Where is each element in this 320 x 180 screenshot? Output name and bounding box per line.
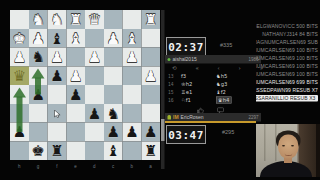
- chat-message: MAGNUMCARLSEN69 100 BITS: [256, 70, 318, 78]
- square-a7[interactable]: ♟: [141, 123, 160, 142]
- square-f7[interactable]: [48, 123, 67, 142]
- square-a2[interactable]: [141, 29, 160, 48]
- square-g7[interactable]: [29, 123, 48, 142]
- square-e5[interactable]: ♟: [66, 85, 85, 104]
- piece-black-pawn[interactable]: ♟: [123, 123, 142, 142]
- streamer-clock: 03:47: [166, 125, 206, 144]
- square-d2[interactable]: [85, 29, 104, 48]
- square-c5[interactable]: [104, 85, 123, 104]
- square-d3[interactable]: ♟: [85, 48, 104, 67]
- piece-white-pawn[interactable]: ♟: [48, 48, 67, 67]
- chess-board[interactable]: ♞♞♜♛♜♚♟♝♝♟♝♟♞♟♟♟♛♟♟♟♟♟♟♞♟♟♟♟♚♜♝♜: [10, 10, 160, 160]
- piece-black-pawn[interactable]: ♟: [104, 123, 123, 142]
- square-d8[interactable]: [85, 141, 104, 160]
- file-label-d: d: [85, 164, 104, 171]
- move-white[interactable]: f3: [181, 73, 216, 79]
- square-a5[interactable]: [141, 85, 160, 104]
- chat-message: MAGNUMCARLSEN69 100 BITS: [256, 46, 318, 54]
- square-b7[interactable]: ♟: [123, 123, 142, 142]
- chat-message-highlight: SSARANILLIO RESUB X3: [256, 95, 318, 102]
- square-d4[interactable]: [85, 66, 104, 85]
- move-number: 16: [165, 98, 181, 103]
- move-row-14: 14♔h2♞g3: [165, 80, 256, 88]
- piece-black-bishop[interactable]: ♝: [48, 29, 67, 48]
- piece-black-knight[interactable]: ♞: [29, 48, 48, 67]
- piece-white-pawn[interactable]: ♟: [66, 66, 85, 85]
- square-d7[interactable]: [85, 123, 104, 142]
- chat-message: MAGNUMCARLSEN69 100 BITS: [256, 62, 318, 70]
- chat-overlay: BELGWANOVICC 500 BITSNATHANYJ314 84 BITS…: [256, 22, 318, 102]
- square-f2[interactable]: ♝: [48, 29, 67, 48]
- file-label-e: e: [66, 164, 85, 171]
- piece-white-pawn[interactable]: ♟: [29, 29, 48, 48]
- piece-black-pawn[interactable]: ♟: [48, 66, 67, 85]
- file-label-f: f: [48, 164, 67, 171]
- piece-white-pawn[interactable]: ♟: [123, 48, 142, 67]
- chat-message: NATHANYJ314 84 BITS: [256, 30, 318, 38]
- board-file-labels: hgfedcba: [10, 164, 160, 171]
- square-b8[interactable]: [123, 141, 142, 160]
- move-number: 13: [165, 74, 181, 79]
- square-e2[interactable]: ♝: [66, 29, 85, 48]
- file-label-g: g: [29, 164, 48, 171]
- move-arrow-g5-g4: [35, 78, 41, 95]
- move-arrow-h7-h5: [16, 96, 22, 132]
- opponent-clock: 02:37: [166, 37, 206, 56]
- file-label-a: a: [141, 164, 160, 171]
- piece-white-knight[interactable]: ♞: [48, 10, 67, 29]
- piece-black-rook[interactable]: ♜: [141, 141, 160, 160]
- piece-white-pawn[interactable]: ♟: [85, 48, 104, 67]
- square-h3[interactable]: ♟: [10, 48, 29, 67]
- opponent-bar[interactable]: aishal2015 1986: [165, 55, 261, 64]
- square-d1[interactable]: ♛: [85, 10, 104, 29]
- chat-message: MAGNUMCARLSEN69 699 BITS: [256, 78, 318, 86]
- piece-black-bishop[interactable]: ♝: [104, 141, 123, 160]
- square-c6[interactable]: ♞: [104, 104, 123, 123]
- piece-white-knight[interactable]: ♞: [29, 10, 48, 29]
- piece-black-pawn[interactable]: ♟: [66, 85, 85, 104]
- chat-message: BELGWANOVICC 500 BITS: [256, 22, 318, 30]
- piece-black-pawn[interactable]: ♟: [141, 123, 160, 142]
- piece-white-bishop[interactable]: ♝: [66, 29, 85, 48]
- streamer-tag: #295: [222, 129, 234, 135]
- move-row-13: 13f3♞h5: [165, 72, 256, 80]
- opponent-name: aishal2015: [173, 57, 197, 63]
- piece-white-king[interactable]: ♚: [10, 29, 29, 48]
- chat-message: MAGNUMCARLSEN69 SUB: [256, 38, 318, 46]
- streamer-rating: 2297: [248, 115, 258, 120]
- square-a4[interactable]: ♟: [141, 66, 160, 85]
- square-g3[interactable]: ♞: [29, 48, 48, 67]
- square-b3[interactable]: ♟: [123, 48, 142, 67]
- last-move-highlight: [10, 66, 29, 85]
- square-d6[interactable]: ♟: [85, 104, 104, 123]
- streamer-name: EricRosen: [181, 115, 204, 121]
- square-b5[interactable]: [123, 85, 142, 104]
- square-c7[interactable]: ♟: [104, 123, 123, 142]
- square-f3[interactable]: ♟: [48, 48, 67, 67]
- square-g6[interactable]: [29, 104, 48, 123]
- square-h1[interactable]: [10, 10, 29, 29]
- square-g1[interactable]: ♞: [29, 10, 48, 29]
- webcam: [256, 124, 320, 177]
- online-indicator: [168, 58, 171, 61]
- opponent-tag: #335: [220, 42, 232, 48]
- scrollbar-track[interactable]: [161, 10, 165, 169]
- piece-black-rook[interactable]: ♜: [48, 141, 67, 160]
- square-g8[interactable]: ♚: [29, 141, 48, 160]
- square-b6[interactable]: [123, 104, 142, 123]
- move-arrow-head-h7h5: [13, 87, 26, 97]
- piece-white-queen[interactable]: ♛: [85, 10, 104, 29]
- square-e4[interactable]: ♟: [66, 66, 85, 85]
- flip-board-button[interactable]: ⟲: [172, 65, 177, 72]
- square-e3[interactable]: [66, 48, 85, 67]
- move-white[interactable]: ♖e1: [181, 89, 216, 95]
- mouse-cursor: [54, 110, 61, 118]
- chat-message: PASSEDPAWN99 RESUB X7: [256, 86, 318, 94]
- square-a6[interactable]: [141, 104, 160, 123]
- square-c1[interactable]: [104, 10, 123, 29]
- piece-white-bishop[interactable]: ♝: [123, 29, 142, 48]
- move-arrow-head-g5g4: [32, 69, 45, 79]
- square-b4[interactable]: [123, 66, 142, 85]
- go-prev-button[interactable]: ‹: [218, 65, 220, 72]
- go-first-button[interactable]: «: [195, 65, 198, 72]
- chat-message: SSARANILLIO RESUB X3: [256, 94, 318, 102]
- square-f8[interactable]: ♜: [48, 141, 67, 160]
- streamer-title-badge: IM: [173, 115, 179, 121]
- square-f4[interactable]: ♟: [48, 66, 67, 85]
- file-label-b: b: [123, 164, 142, 171]
- square-c8[interactable]: ♝: [104, 141, 123, 160]
- move-white[interactable]: ♘f1: [181, 97, 216, 103]
- move-black[interactable]: ♝f2: [216, 89, 256, 95]
- stream-screen: ♞♞♜♛♜♚♟♝♝♟♝♟♞♟♟♟♛♟♟♟♟♟♟♞♟♟♟♟♚♜♝♜ hgfedcb…: [0, 0, 320, 180]
- square-b2[interactable]: ♝: [123, 29, 142, 48]
- square-f5[interactable]: [48, 85, 67, 104]
- move-black[interactable]: ♞g3: [216, 81, 256, 87]
- piece-white-pawn[interactable]: ♟: [104, 29, 123, 48]
- move-black[interactable]: ♛h4: [216, 97, 256, 103]
- scrollbar-thumb[interactable]: [161, 119, 165, 141]
- square-e6[interactable]: [66, 104, 85, 123]
- move-row-16: 16♘f1♛h4: [165, 96, 256, 104]
- move-number: 14: [165, 82, 181, 87]
- streamer-mic-icon: [168, 115, 172, 120]
- square-e1[interactable]: ♜: [66, 10, 85, 29]
- square-a3[interactable]: [141, 48, 160, 67]
- piece-white-rook[interactable]: ♜: [141, 10, 160, 29]
- square-e8[interactable]: [66, 141, 85, 160]
- piece-white-rook[interactable]: ♜: [66, 10, 85, 29]
- square-c2[interactable]: ♟: [104, 29, 123, 48]
- file-label-c: c: [104, 164, 123, 171]
- move-black[interactable]: ♞h5: [216, 73, 256, 79]
- square-c3[interactable]: [104, 48, 123, 67]
- chat-message: MAGNUMCARLSEN69 100 BITS: [256, 54, 318, 62]
- file-label-h: h: [10, 164, 29, 171]
- move-list: 13f3♞h514♔h2♞g315♖e1♝f216♘f1♛h4: [165, 72, 256, 104]
- square-f1[interactable]: ♞: [48, 10, 67, 29]
- piece-white-pawn[interactable]: ♟: [141, 66, 160, 85]
- piece-black-pawn[interactable]: ♟: [85, 104, 104, 123]
- rating-progress-bar: [165, 121, 256, 123]
- move-controls: ⟲«‹›»: [165, 64, 270, 72]
- square-h8[interactable]: [10, 141, 29, 160]
- piece-white-pawn[interactable]: ♟: [10, 48, 29, 67]
- piece-black-king[interactable]: ♚: [29, 141, 48, 160]
- square-a8[interactable]: ♜: [141, 141, 160, 160]
- piece-black-knight[interactable]: ♞: [104, 104, 123, 123]
- square-d5[interactable]: [85, 85, 104, 104]
- square-g2[interactable]: ♟: [29, 29, 48, 48]
- square-e7[interactable]: [66, 123, 85, 142]
- go-next-button[interactable]: ›: [239, 65, 241, 72]
- move-number: 15: [165, 90, 181, 95]
- square-h2[interactable]: ♚: [10, 29, 29, 48]
- square-b1[interactable]: [123, 10, 142, 29]
- move-row-15: 15♖e1♝f2: [165, 88, 256, 96]
- square-a1[interactable]: ♜: [141, 10, 160, 29]
- square-c4[interactable]: [104, 66, 123, 85]
- move-white[interactable]: ♔h2: [181, 81, 216, 87]
